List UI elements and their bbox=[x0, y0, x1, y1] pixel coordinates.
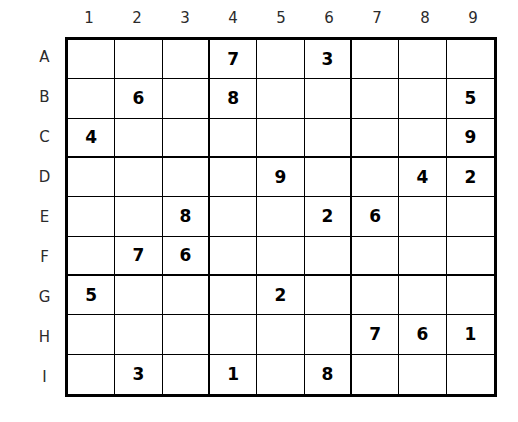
row-label-F: F bbox=[24, 237, 65, 277]
row-label-B: B bbox=[24, 77, 65, 117]
cell-B1[interactable] bbox=[68, 79, 115, 118]
cell-I7[interactable] bbox=[352, 355, 399, 394]
cell-D3[interactable] bbox=[163, 158, 210, 197]
cell-B2[interactable]: 6 bbox=[115, 79, 162, 118]
cell-B6[interactable] bbox=[305, 79, 352, 118]
cell-D2[interactable] bbox=[115, 158, 162, 197]
row-label-D: D bbox=[24, 157, 65, 197]
column-label-1: 1 bbox=[65, 5, 113, 31]
cell-F3[interactable]: 6 bbox=[163, 237, 210, 276]
cell-I4[interactable]: 1 bbox=[210, 355, 257, 394]
cell-F5[interactable] bbox=[257, 237, 304, 276]
column-label-2: 2 bbox=[113, 5, 161, 31]
cell-D9[interactable]: 2 bbox=[447, 158, 494, 197]
column-label-8: 8 bbox=[401, 5, 449, 31]
cell-I9[interactable] bbox=[447, 355, 494, 394]
row-label-A: A bbox=[24, 37, 65, 77]
cell-D8[interactable]: 4 bbox=[399, 158, 446, 197]
cell-C7[interactable] bbox=[352, 119, 399, 158]
cell-A6[interactable]: 3 bbox=[305, 40, 352, 79]
cell-B7[interactable] bbox=[352, 79, 399, 118]
cell-G9[interactable] bbox=[447, 276, 494, 315]
cell-C8[interactable] bbox=[399, 119, 446, 158]
cell-I1[interactable] bbox=[68, 355, 115, 394]
cell-H6[interactable] bbox=[305, 315, 352, 354]
cell-C2[interactable] bbox=[115, 119, 162, 158]
cell-D4[interactable] bbox=[210, 158, 257, 197]
cell-B3[interactable] bbox=[163, 79, 210, 118]
cell-F7[interactable] bbox=[352, 237, 399, 276]
cell-E4[interactable] bbox=[210, 197, 257, 236]
cell-G6[interactable] bbox=[305, 276, 352, 315]
cell-C5[interactable] bbox=[257, 119, 304, 158]
column-label-9: 9 bbox=[449, 5, 497, 31]
row-label-C: C bbox=[24, 117, 65, 157]
cell-C3[interactable] bbox=[163, 119, 210, 158]
cell-H4[interactable] bbox=[210, 315, 257, 354]
cell-A8[interactable] bbox=[399, 40, 446, 79]
cell-E8[interactable] bbox=[399, 197, 446, 236]
cell-E2[interactable] bbox=[115, 197, 162, 236]
cell-C9[interactable]: 9 bbox=[447, 119, 494, 158]
cell-G2[interactable] bbox=[115, 276, 162, 315]
cell-B8[interactable] bbox=[399, 79, 446, 118]
cell-I2[interactable]: 3 bbox=[115, 355, 162, 394]
column-label-3: 3 bbox=[161, 5, 209, 31]
cell-H7[interactable]: 7 bbox=[352, 315, 399, 354]
row-label-I: I bbox=[24, 357, 65, 397]
cell-F8[interactable] bbox=[399, 237, 446, 276]
cell-E1[interactable] bbox=[68, 197, 115, 236]
cell-H2[interactable] bbox=[115, 315, 162, 354]
cell-A4[interactable]: 7 bbox=[210, 40, 257, 79]
cell-G5[interactable]: 2 bbox=[257, 276, 304, 315]
cell-C4[interactable] bbox=[210, 119, 257, 158]
cell-A7[interactable] bbox=[352, 40, 399, 79]
cell-I8[interactable] bbox=[399, 355, 446, 394]
cell-B5[interactable] bbox=[257, 79, 304, 118]
cell-A5[interactable] bbox=[257, 40, 304, 79]
row-label-G: G bbox=[24, 277, 65, 317]
column-label-6: 6 bbox=[305, 5, 353, 31]
cell-H5[interactable] bbox=[257, 315, 304, 354]
cell-F1[interactable] bbox=[68, 237, 115, 276]
cell-I5[interactable] bbox=[257, 355, 304, 394]
cell-H9[interactable]: 1 bbox=[447, 315, 494, 354]
cell-B4[interactable]: 8 bbox=[210, 79, 257, 118]
column-label-5: 5 bbox=[257, 5, 305, 31]
row-labels: ABCDEFGHI bbox=[24, 37, 65, 397]
cell-D1[interactable] bbox=[68, 158, 115, 197]
cell-A9[interactable] bbox=[447, 40, 494, 79]
cell-F6[interactable] bbox=[305, 237, 352, 276]
cell-A2[interactable] bbox=[115, 40, 162, 79]
cell-E7[interactable]: 6 bbox=[352, 197, 399, 236]
cell-G7[interactable] bbox=[352, 276, 399, 315]
cell-I6[interactable]: 8 bbox=[305, 355, 352, 394]
cell-F4[interactable] bbox=[210, 237, 257, 276]
cell-E5[interactable] bbox=[257, 197, 304, 236]
row-label-E: E bbox=[24, 197, 65, 237]
column-label-4: 4 bbox=[209, 5, 257, 31]
cell-I3[interactable] bbox=[163, 355, 210, 394]
column-label-7: 7 bbox=[353, 5, 401, 31]
cell-D6[interactable] bbox=[305, 158, 352, 197]
sudoku-grid: 73685499428267652761318 bbox=[65, 37, 497, 397]
cell-H3[interactable] bbox=[163, 315, 210, 354]
cell-A1[interactable] bbox=[68, 40, 115, 79]
cell-D5[interactable]: 9 bbox=[257, 158, 304, 197]
cell-G1[interactable]: 5 bbox=[68, 276, 115, 315]
cell-C1[interactable]: 4 bbox=[68, 119, 115, 158]
cell-G4[interactable] bbox=[210, 276, 257, 315]
cell-E9[interactable] bbox=[447, 197, 494, 236]
cell-G3[interactable] bbox=[163, 276, 210, 315]
sudoku-page: 123456789 ABCDEFGHI 73685499428267652761… bbox=[0, 0, 518, 422]
cell-F2[interactable]: 7 bbox=[115, 237, 162, 276]
cell-H8[interactable]: 6 bbox=[399, 315, 446, 354]
column-labels: 123456789 bbox=[65, 5, 497, 31]
row-label-H: H bbox=[24, 317, 65, 357]
cell-F9[interactable] bbox=[447, 237, 494, 276]
cell-H1[interactable] bbox=[68, 315, 115, 354]
cell-E3[interactable]: 8 bbox=[163, 197, 210, 236]
cell-D7[interactable] bbox=[352, 158, 399, 197]
cell-A3[interactable] bbox=[163, 40, 210, 79]
cell-E6[interactable]: 2 bbox=[305, 197, 352, 236]
cell-G8[interactable] bbox=[399, 276, 446, 315]
cell-B9[interactable]: 5 bbox=[447, 79, 494, 118]
cell-C6[interactable] bbox=[305, 119, 352, 158]
